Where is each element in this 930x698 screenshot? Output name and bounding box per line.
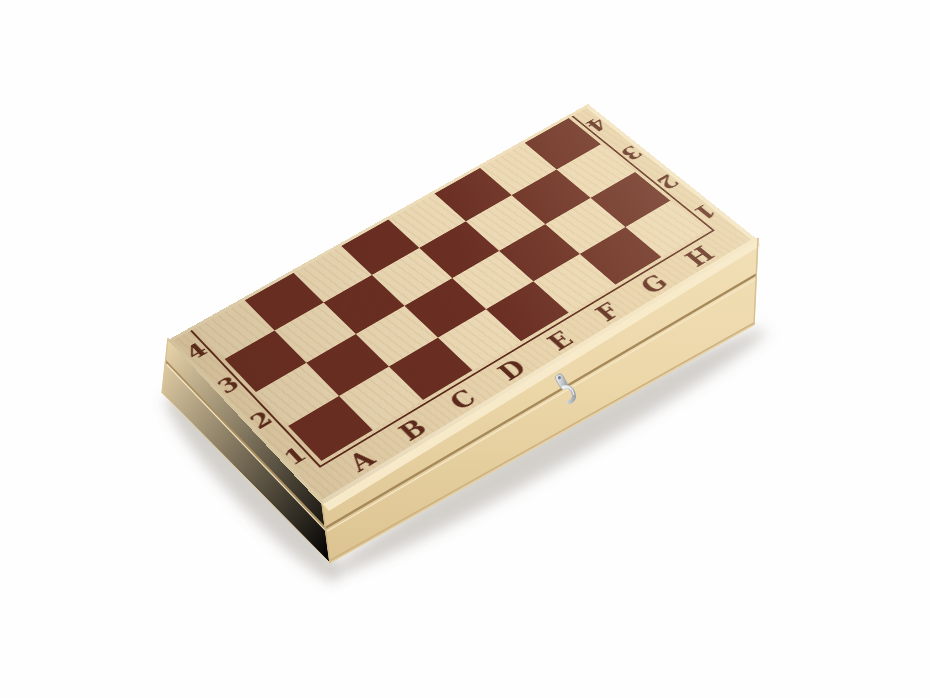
chess-box-photo: 43214321ABCDEFGH — [0, 0, 930, 698]
